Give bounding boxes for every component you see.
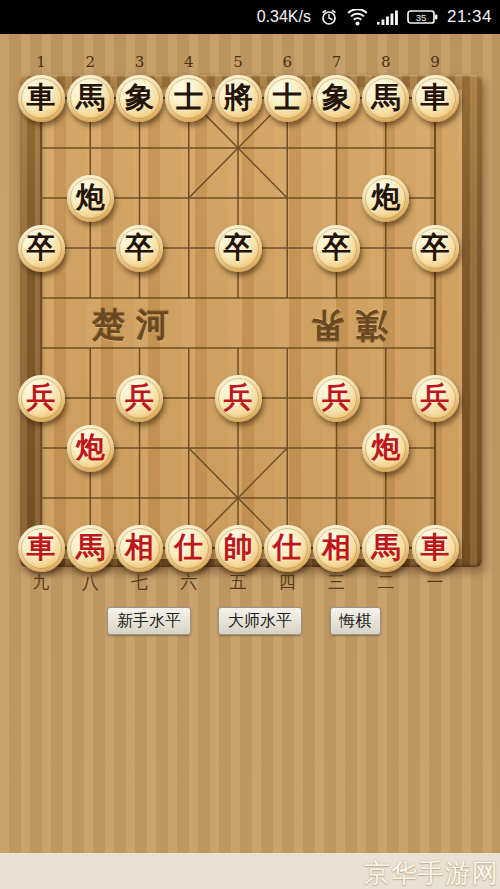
status-bar: 0.34K/s: [0, 0, 500, 34]
piece-red-炮[interactable]: 炮: [362, 425, 409, 472]
piece-red-兵[interactable]: 兵: [412, 375, 459, 422]
file-label-bottom: 六: [172, 571, 206, 594]
file-label-top: 7: [320, 53, 354, 71]
undo-move-button[interactable]: 悔棋: [330, 607, 381, 635]
wifi-icon: [347, 9, 368, 26]
piece-red-相[interactable]: 相: [313, 525, 360, 572]
file-label-top: 1: [24, 53, 58, 71]
clock-time: 21:34: [447, 7, 492, 27]
piece-red-馬[interactable]: 馬: [67, 525, 114, 572]
file-label-bottom: 二: [369, 571, 403, 594]
piece-red-炮[interactable]: 炮: [67, 425, 114, 472]
piece-black-炮[interactable]: 炮: [67, 175, 114, 222]
beginner-level-button[interactable]: 新手水平: [107, 607, 191, 635]
piece-red-相[interactable]: 相: [116, 525, 163, 572]
river-text-right: 漢界: [300, 305, 388, 345]
app-screen: 0.34K/s: [0, 0, 500, 889]
piece-black-象[interactable]: 象: [116, 75, 163, 122]
piece-black-馬[interactable]: 馬: [362, 75, 409, 122]
piece-black-車[interactable]: 車: [18, 75, 65, 122]
piece-black-車[interactable]: 車: [412, 75, 459, 122]
piece-black-卒[interactable]: 卒: [412, 225, 459, 272]
piece-red-仕[interactable]: 仕: [264, 525, 311, 572]
file-label-bottom: 四: [270, 571, 304, 594]
watermark-bar: 京华手游网: [0, 853, 500, 889]
piece-black-士[interactable]: 士: [264, 75, 311, 122]
watermark-text: 京华手游网: [364, 856, 499, 889]
piece-red-兵[interactable]: 兵: [215, 375, 262, 422]
battery-icon: 35: [407, 9, 438, 25]
file-label-bottom: 三: [320, 571, 354, 594]
xiangqi-board: 楚河 漢界 車馬象士將士象馬車炮炮卒卒卒卒卒兵兵兵兵兵炮炮車馬相仕帥仕相馬車: [20, 75, 482, 567]
piece-red-兵[interactable]: 兵: [116, 375, 163, 422]
file-label-top: 5: [221, 53, 255, 71]
file-label-bottom: 五: [221, 571, 255, 594]
file-label-bottom: 九: [24, 571, 58, 594]
piece-black-象[interactable]: 象: [313, 75, 360, 122]
file-label-top: 8: [369, 53, 403, 71]
master-level-button[interactable]: 大师水平: [218, 607, 302, 635]
piece-red-車[interactable]: 車: [18, 525, 65, 572]
piece-black-卒[interactable]: 卒: [313, 225, 360, 272]
piece-red-馬[interactable]: 馬: [362, 525, 409, 572]
piece-black-炮[interactable]: 炮: [362, 175, 409, 222]
file-label-bottom: 一: [418, 571, 452, 594]
battery-percent-text: 35: [416, 12, 427, 23]
network-speed: 0.34K/s: [257, 8, 311, 26]
piece-black-將[interactable]: 將: [215, 75, 262, 122]
piece-black-馬[interactable]: 馬: [67, 75, 114, 122]
piece-black-士[interactable]: 士: [165, 75, 212, 122]
piece-black-卒[interactable]: 卒: [18, 225, 65, 272]
alarm-clock-icon: [320, 8, 338, 26]
river-text-left: 楚河: [92, 305, 180, 345]
signal-bars-icon: [377, 10, 398, 25]
file-label-top: 2: [73, 53, 107, 71]
piece-red-兵[interactable]: 兵: [313, 375, 360, 422]
board-grid: [20, 75, 482, 567]
file-label-top: 4: [172, 53, 206, 71]
file-label-top: 3: [123, 53, 157, 71]
file-label-top: 6: [270, 53, 304, 71]
file-label-bottom: 七: [123, 571, 157, 594]
piece-black-卒[interactable]: 卒: [116, 225, 163, 272]
piece-red-帥[interactable]: 帥: [215, 525, 262, 572]
piece-red-兵[interactable]: 兵: [18, 375, 65, 422]
piece-red-仕[interactable]: 仕: [165, 525, 212, 572]
file-label-bottom: 八: [73, 571, 107, 594]
file-label-top: 9: [418, 53, 452, 71]
piece-red-車[interactable]: 車: [412, 525, 459, 572]
piece-black-卒[interactable]: 卒: [215, 225, 262, 272]
